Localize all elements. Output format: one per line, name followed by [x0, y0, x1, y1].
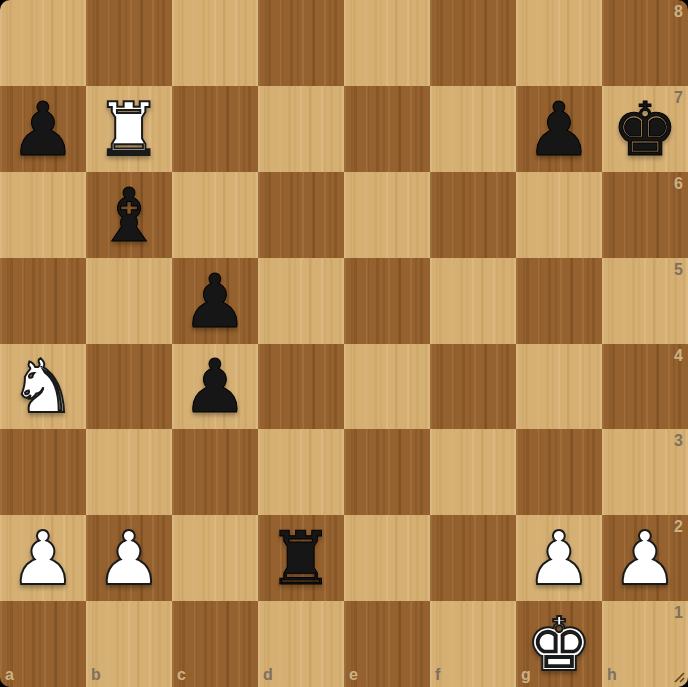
white-rook[interactable]: ♜ — [86, 86, 172, 172]
square-b2[interactable]: ♟ — [86, 515, 172, 601]
file-label-c: c — [177, 666, 186, 684]
square-e6[interactable] — [344, 172, 430, 258]
square-f2[interactable] — [430, 515, 516, 601]
white-pawn[interactable]: ♟ — [602, 515, 688, 601]
square-e1[interactable]: e — [344, 601, 430, 687]
square-f4[interactable] — [430, 344, 516, 430]
square-c1[interactable]: c — [172, 601, 258, 687]
black-rook[interactable]: ♜ — [258, 515, 344, 601]
black-pawn[interactable]: ♟ — [172, 258, 258, 344]
square-f5[interactable] — [430, 258, 516, 344]
file-label-f: f — [435, 666, 440, 684]
file-label-d: d — [263, 666, 273, 684]
file-label-e: e — [349, 666, 358, 684]
file-label-b: b — [91, 666, 101, 684]
square-e7[interactable] — [344, 86, 430, 172]
square-e5[interactable] — [344, 258, 430, 344]
square-a8[interactable] — [0, 0, 86, 86]
square-e2[interactable] — [344, 515, 430, 601]
rank-label-5: 5 — [674, 261, 683, 279]
square-f8[interactable] — [430, 0, 516, 86]
square-h3[interactable]: 3 — [602, 429, 688, 515]
square-d1[interactable]: d — [258, 601, 344, 687]
square-f3[interactable] — [430, 429, 516, 515]
square-g8[interactable] — [516, 0, 602, 86]
square-d4[interactable] — [258, 344, 344, 430]
square-d8[interactable] — [258, 0, 344, 86]
square-a4[interactable]: ♞ — [0, 344, 86, 430]
rank-label-8: 8 — [674, 3, 683, 21]
black-pawn[interactable]: ♟ — [172, 344, 258, 430]
rank-label-4: 4 — [674, 347, 683, 365]
square-h6[interactable]: 6 — [602, 172, 688, 258]
square-g5[interactable] — [516, 258, 602, 344]
square-b7[interactable]: ♜ — [86, 86, 172, 172]
black-pawn[interactable]: ♟ — [516, 86, 602, 172]
square-b8[interactable] — [86, 0, 172, 86]
square-c8[interactable] — [172, 0, 258, 86]
square-h5[interactable]: 5 — [602, 258, 688, 344]
square-e8[interactable] — [344, 0, 430, 86]
square-e3[interactable] — [344, 429, 430, 515]
white-pawn[interactable]: ♟ — [516, 515, 602, 601]
square-g4[interactable] — [516, 344, 602, 430]
white-pawn[interactable]: ♟ — [0, 515, 86, 601]
square-c6[interactable] — [172, 172, 258, 258]
square-f7[interactable] — [430, 86, 516, 172]
square-c4[interactable]: ♟ — [172, 344, 258, 430]
square-b5[interactable] — [86, 258, 172, 344]
square-c7[interactable] — [172, 86, 258, 172]
black-bishop[interactable]: ♝ — [86, 172, 172, 258]
rank-label-6: 6 — [674, 175, 683, 193]
square-d7[interactable] — [258, 86, 344, 172]
square-h4[interactable]: 4 — [602, 344, 688, 430]
square-b6[interactable]: ♝ — [86, 172, 172, 258]
square-d5[interactable] — [258, 258, 344, 344]
white-king[interactable]: ♚ — [516, 601, 602, 687]
square-c2[interactable] — [172, 515, 258, 601]
white-pawn[interactable]: ♟ — [86, 515, 172, 601]
square-d2[interactable]: ♜ — [258, 515, 344, 601]
rank-label-1: 1 — [674, 604, 683, 622]
square-c5[interactable]: ♟ — [172, 258, 258, 344]
square-a3[interactable] — [0, 429, 86, 515]
white-knight[interactable]: ♞ — [0, 344, 86, 430]
black-pawn[interactable]: ♟ — [0, 86, 86, 172]
square-a1[interactable]: a — [0, 601, 86, 687]
square-g3[interactable] — [516, 429, 602, 515]
square-g2[interactable]: ♟ — [516, 515, 602, 601]
square-b1[interactable]: b — [86, 601, 172, 687]
resize-handle-icon[interactable] — [668, 666, 686, 684]
square-b3[interactable] — [86, 429, 172, 515]
square-g7[interactable]: ♟ — [516, 86, 602, 172]
file-label-a: a — [5, 666, 14, 684]
square-g6[interactable] — [516, 172, 602, 258]
square-h8[interactable]: 8 — [602, 0, 688, 86]
square-a2[interactable]: ♟ — [0, 515, 86, 601]
square-d3[interactable] — [258, 429, 344, 515]
square-a7[interactable]: ♟ — [0, 86, 86, 172]
square-d6[interactable] — [258, 172, 344, 258]
square-b4[interactable] — [86, 344, 172, 430]
chess-board: 8♟♜♟7♚♝6♟5♞♟43♟♟♜♟2♟abcdefg♚h1 — [0, 0, 688, 687]
square-h7[interactable]: 7♚ — [602, 86, 688, 172]
black-king[interactable]: ♚ — [602, 86, 688, 172]
square-a6[interactable] — [0, 172, 86, 258]
square-g1[interactable]: g♚ — [516, 601, 602, 687]
square-a5[interactable] — [0, 258, 86, 344]
file-label-h: h — [607, 666, 617, 684]
square-f6[interactable] — [430, 172, 516, 258]
square-f1[interactable]: f — [430, 601, 516, 687]
rank-label-3: 3 — [674, 432, 683, 450]
square-e4[interactable] — [344, 344, 430, 430]
square-c3[interactable] — [172, 429, 258, 515]
square-h2[interactable]: 2♟ — [602, 515, 688, 601]
